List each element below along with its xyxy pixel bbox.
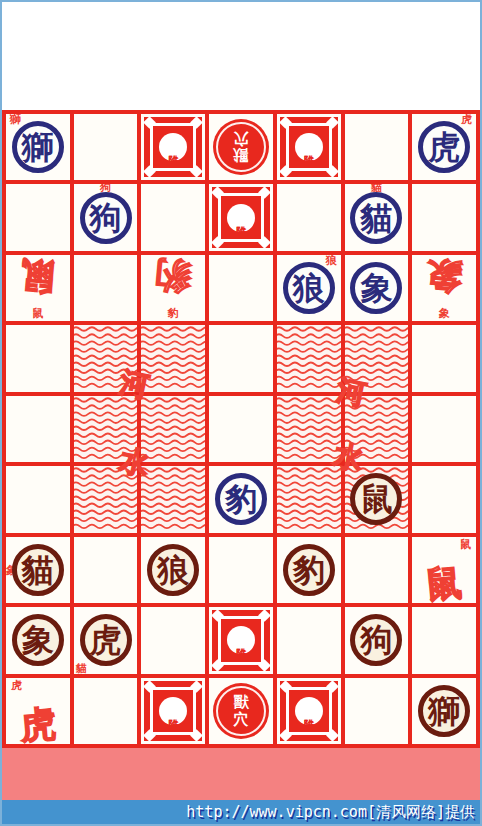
cell-r3c5: 狼狼	[277, 255, 341, 321]
river-label-glyph: 水	[331, 440, 365, 474]
piece-blue-cat[interactable]: 貓	[350, 192, 402, 244]
cell-r3c2	[74, 255, 138, 321]
cell-r8c3	[141, 607, 205, 673]
piece-red-elephant[interactable]: 象	[12, 614, 64, 666]
trap-square: 陷阱	[280, 117, 338, 177]
cell-r7c1: 象貓	[6, 537, 70, 603]
illustration-leopard: 豹豹	[141, 255, 205, 321]
cell-r7c2	[74, 537, 138, 603]
piece-red-dog[interactable]: 狗	[350, 614, 402, 666]
cell-r3c6: 象	[345, 255, 409, 321]
cell-r7c3: 狼	[141, 537, 205, 603]
cell-r5c5	[277, 396, 341, 462]
cell-r4c3	[141, 325, 205, 391]
cell-r1c3: 陷阱	[141, 114, 205, 180]
cell-r5c4	[209, 396, 273, 462]
cell-r7c6	[345, 537, 409, 603]
river-label-glyph: 水	[117, 445, 151, 479]
cell-r1c6	[345, 114, 409, 180]
cell-r7c7: 鼠鼠	[412, 537, 476, 603]
trap-square: 陷阱	[144, 681, 202, 741]
cell-r9c6	[345, 678, 409, 744]
cell-r6c6: 鼠	[345, 466, 409, 532]
cell-r2c5	[277, 184, 341, 250]
board: 獅獅陷阱獸穴陷阱虎虎狗狗陷阱貓貓鼠鼠豹豹狼狼象象象豹鼠象貓狼豹鼠鼠象貓虎陷阱狗虎…	[2, 110, 480, 748]
piece-red-rat[interactable]: 鼠	[350, 473, 402, 525]
cell-r6c7	[412, 466, 476, 532]
cell-r8c1: 象	[6, 607, 70, 673]
cell-r6c4: 豹	[209, 466, 273, 532]
river-label-glyph: 河	[117, 367, 151, 401]
illustration-tiger: 虎虎	[6, 678, 70, 744]
piece-blue-leopard[interactable]: 豹	[215, 473, 267, 525]
watermark-band: http://www.vipcn.com[清风网络]提供	[2, 800, 480, 824]
cell-r4c4	[209, 325, 273, 391]
cell-r4c5	[277, 325, 341, 391]
cell-r4c1	[6, 325, 70, 391]
illustration-elephant: 象象	[412, 255, 476, 321]
den-square: 獸穴	[213, 119, 269, 175]
pink-band	[2, 748, 480, 800]
cell-r7c4	[209, 537, 273, 603]
piece-red-leopard[interactable]: 豹	[283, 544, 335, 596]
printed-label-peek: 貓	[76, 663, 87, 674]
cell-r3c3: 豹豹	[141, 255, 205, 321]
cell-r9c5: 陷阱	[277, 678, 341, 744]
river-label-glyph: 河	[334, 375, 368, 409]
watermark-link[interactable]: http://www.vipcn.com[清风网络]提供	[186, 803, 475, 822]
printed-label-peek: 虎	[461, 114, 472, 125]
cell-r2c2: 狗狗	[74, 184, 138, 250]
illustration-rat: 鼠鼠	[412, 537, 476, 603]
piece-red-tiger[interactable]: 虎	[80, 614, 132, 666]
cell-r1c4: 獸穴	[209, 114, 273, 180]
top-blank-area	[2, 2, 480, 110]
printed-label-peek: 獅	[10, 114, 21, 125]
cell-r8c2: 貓虎	[74, 607, 138, 673]
cell-r9c3: 陷阱	[141, 678, 205, 744]
piece-blue-tiger[interactable]: 虎	[418, 121, 470, 173]
cell-r8c4: 陷阱	[209, 607, 273, 673]
cell-r1c7: 虎虎	[412, 114, 476, 180]
trap-square: 陷阱	[212, 610, 270, 670]
piece-red-wolf[interactable]: 狼	[147, 544, 199, 596]
cell-r1c2	[74, 114, 138, 180]
cell-r8c5	[277, 607, 341, 673]
cell-r2c1	[6, 184, 70, 250]
cell-r3c4	[209, 255, 273, 321]
cell-r8c6: 狗	[345, 607, 409, 673]
trap-square: 陷阱	[144, 117, 202, 177]
cell-r9c7: 獅	[412, 678, 476, 744]
cell-r3c1: 鼠鼠	[6, 255, 70, 321]
cell-r7c5: 豹	[277, 537, 341, 603]
cell-r8c7	[412, 607, 476, 673]
piece-red-lion[interactable]: 獅	[418, 685, 470, 737]
trap-square: 陷阱	[280, 681, 338, 741]
piece-red-cat[interactable]: 貓	[12, 544, 64, 596]
cell-r5c7	[412, 396, 476, 462]
cell-r2c6: 貓貓	[345, 184, 409, 250]
piece-blue-elephant[interactable]: 象	[350, 262, 402, 314]
illustration-rat: 鼠鼠	[6, 255, 70, 321]
printed-label-peek: 狼	[326, 255, 337, 266]
cell-r6c5	[277, 466, 341, 532]
piece-blue-lion[interactable]: 獅	[12, 121, 64, 173]
cell-r3c7: 象象	[412, 255, 476, 321]
cell-r6c3	[141, 466, 205, 532]
cell-r9c4: 獸穴	[209, 678, 273, 744]
cell-r2c3	[141, 184, 205, 250]
cell-r9c2	[74, 678, 138, 744]
cell-r2c7	[412, 184, 476, 250]
cell-r1c1: 獅獅	[6, 114, 70, 180]
piece-blue-dog[interactable]: 狗	[80, 192, 132, 244]
cell-r4c7	[412, 325, 476, 391]
piece-blue-wolf[interactable]: 狼	[283, 262, 335, 314]
trap-square: 陷阱	[212, 187, 270, 247]
cell-r1c5: 陷阱	[277, 114, 341, 180]
cell-r6c1	[6, 466, 70, 532]
den-square: 獸穴	[213, 683, 269, 739]
cell-r2c4: 陷阱	[209, 184, 273, 250]
scanned-board-page: 獅獅陷阱獸穴陷阱虎虎狗狗陷阱貓貓鼠鼠豹豹狼狼象象象豹鼠象貓狼豹鼠鼠象貓虎陷阱狗虎…	[0, 0, 482, 826]
cell-r9c1: 虎虎	[6, 678, 70, 744]
cell-r5c1	[6, 396, 70, 462]
